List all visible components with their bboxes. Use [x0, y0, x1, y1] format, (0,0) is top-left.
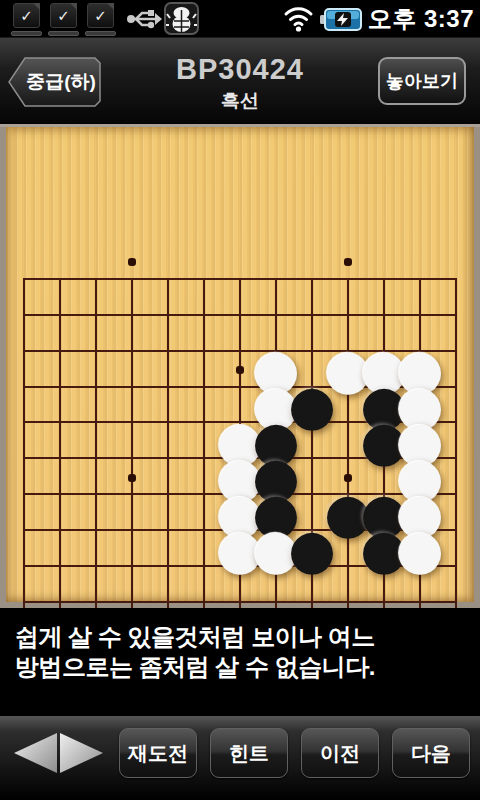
status-time: 오후 3:37 — [368, 3, 474, 35]
download-check-icon: ✓ — [85, 3, 116, 36]
next-arrow-button[interactable] — [60, 733, 103, 773]
bottom-toolbar: 재도전 힌트 이전 다음 — [0, 716, 480, 800]
description-line-1: 쉽게 살 수 있을것처럼 보이나 여느 — [15, 622, 468, 652]
stones-grid: ●●●●●●●●●●●●●●●●●●●●●●●●● — [6, 137, 474, 603]
usb-icon — [126, 9, 162, 29]
wifi-icon — [283, 6, 314, 32]
app-screen: ✓ ✓ ✓ — [0, 0, 480, 800]
download-check-icon: ✓ — [11, 3, 42, 36]
hint-button[interactable]: 힌트 — [210, 728, 288, 778]
retry-button[interactable]: 재도전 — [119, 728, 197, 778]
status-bar: ✓ ✓ ✓ — [0, 0, 480, 38]
white-stone: ● — [402, 531, 438, 567]
problem-description: 쉽게 살 수 있을것처럼 보이나 여느 방법으로는 좀처럼 살 수 없습니다. — [0, 608, 480, 716]
battery-charging-icon — [320, 7, 362, 32]
header: 중급(하) BP30424 흑선 놓아보기 — [0, 38, 480, 124]
next-button[interactable]: 다음 — [392, 728, 470, 778]
black-stone: ● — [294, 531, 330, 567]
download-check-icon: ✓ — [48, 3, 79, 36]
star-point — [236, 366, 244, 374]
adb-debug-icon — [164, 2, 199, 35]
star-point — [344, 258, 352, 266]
previous-button[interactable]: 이전 — [301, 728, 379, 778]
description-line-2: 방법으로는 좀처럼 살 수 없습니다. — [15, 652, 468, 682]
tryout-button[interactable]: 놓아보기 — [378, 57, 466, 105]
star-point — [128, 258, 136, 266]
prev-arrow-button[interactable] — [14, 733, 57, 773]
go-board[interactable]: ●●●●●●●●●●●●●●●●●●●●●●●●● — [0, 124, 480, 608]
star-point — [128, 474, 136, 482]
